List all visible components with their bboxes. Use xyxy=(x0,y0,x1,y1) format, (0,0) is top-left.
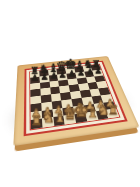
square-d2: ♟ xyxy=(63,106,75,115)
board-margin: ♜♞♝♛♚♝♞♜♟♟♟♟♟♟♟♟♟♟♟♟♟♟♟♟♜♞♝♛♚♝♞♜ xyxy=(24,60,128,135)
square-h1: ♜ xyxy=(106,108,119,118)
square-d3 xyxy=(61,99,73,108)
square-h2: ♟ xyxy=(103,101,116,110)
chess-set-photo: ♜♞♝♛♚♝♞♜♟♟♟♟♟♟♟♟♟♟♟♟♟♟♟♟♜♞♝♛♚♝♞♜ xyxy=(0,0,140,187)
square-a6 xyxy=(30,82,40,90)
square-a1: ♜ xyxy=(31,118,43,128)
board-scene: ♜♞♝♛♚♝♞♜♟♟♟♟♟♟♟♟♟♟♟♟♟♟♟♟♜♞♝♛♚♝♞♜ xyxy=(0,0,140,187)
square-h4 xyxy=(99,87,111,95)
board-grid: ♜♞♝♛♚♝♞♜♟♟♟♟♟♟♟♟♟♟♟♟♟♟♟♟♜♞♝♛♚♝♞♜ xyxy=(29,63,120,130)
square-c2: ♟ xyxy=(52,107,64,117)
square-a7: ♟ xyxy=(30,76,40,83)
